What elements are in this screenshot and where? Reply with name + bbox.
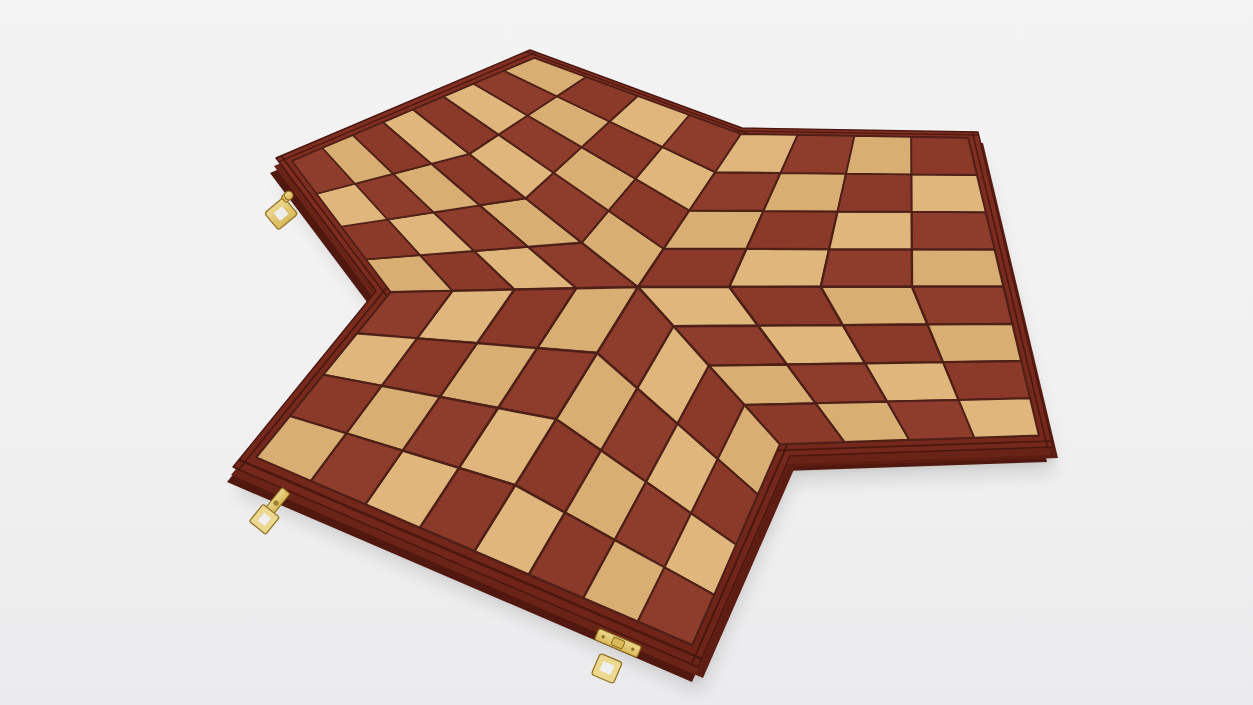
brass-clasp-bottom-flap: [591, 653, 622, 684]
board-cell: [912, 287, 1012, 325]
studio-background: [0, 0, 1253, 705]
three-player-chess-board: [0, 0, 1253, 705]
board-cell: [959, 398, 1039, 437]
board-cells: [256, 58, 1039, 645]
board-cell: [912, 174, 986, 212]
board-cell: [911, 137, 977, 175]
board-cell: [747, 211, 838, 249]
board-cell: [838, 174, 912, 212]
board-cell: [912, 249, 1004, 286]
board-cell: [943, 361, 1030, 400]
board-cell: [729, 249, 829, 287]
board-cell: [821, 249, 912, 287]
board-cell: [912, 212, 995, 250]
board-cell: [829, 211, 912, 249]
board-cell: [846, 136, 911, 174]
board-cell: [928, 324, 1022, 362]
